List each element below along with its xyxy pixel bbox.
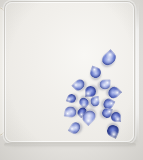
- gemstone: [111, 112, 121, 122]
- gemstone-pile: [0, 0, 143, 160]
- gemstone: [68, 120, 83, 135]
- gemstone: [105, 123, 121, 139]
- gemstone: [88, 65, 102, 79]
- gemstone: [85, 86, 96, 97]
- gemstone: [66, 93, 78, 105]
- gemstone: [64, 106, 78, 119]
- gemstone: [99, 49, 118, 68]
- gemstone-photo: [0, 0, 143, 160]
- gemstone: [90, 96, 101, 107]
